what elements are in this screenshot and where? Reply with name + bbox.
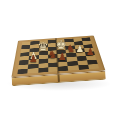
square-h1[interactable] [88, 64, 99, 69]
piece-black-pawn-b3[interactable]: ♟ [29, 55, 38, 65]
piece-black-pawn-e3[interactable]: ♟ [58, 53, 67, 63]
square-c1[interactable] [38, 67, 48, 72]
piece-black-pawn-h4[interactable]: ♟ [86, 47, 95, 57]
piece-black-knight-f5[interactable]: ♞ [66, 44, 75, 54]
square-e1[interactable] [58, 66, 69, 71]
square-a1[interactable] [17, 69, 28, 74]
chess-photo-scene: ♛♚♞♟♟♞♟♟♟ [0, 0, 120, 120]
piece-white-pawn-g5[interactable]: ♟ [76, 44, 84, 53]
front-fold-seam [57, 74, 60, 82]
piece-black-knight-d4[interactable]: ♞ [48, 49, 58, 60]
square-b1[interactable] [28, 68, 38, 73]
